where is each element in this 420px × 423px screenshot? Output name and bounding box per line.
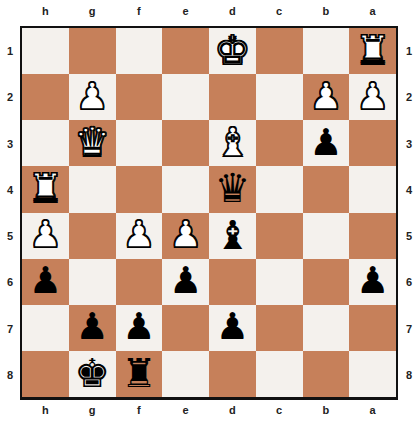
square-d7[interactable]: ♟ [209,305,256,351]
file-label-top-h: h [22,3,69,19]
square-b5[interactable] [303,213,350,259]
white-bishop-d3: ♝ [214,122,250,162]
file-label-bottom-h: h [22,402,69,418]
file-label-bottom-c: c [256,402,303,418]
square-a7[interactable] [349,305,396,351]
file-label-top-d: d [209,3,256,19]
rank-label-left-1: 1 [3,28,17,74]
square-g7[interactable]: ♟ [69,305,116,351]
rank-label-right-8: 8 [402,352,416,398]
rank-label-left-7: 7 [3,306,17,352]
square-d8[interactable] [209,351,256,397]
square-d6[interactable] [209,259,256,305]
square-f7[interactable]: ♟ [116,305,163,351]
white-pawn-h5: ♟ [29,216,62,253]
square-e6[interactable]: ♟ [162,259,209,305]
square-b7[interactable] [303,305,350,351]
black-pawn-f7: ♟ [122,308,155,345]
square-h7[interactable] [22,305,69,351]
square-a4[interactable] [349,166,396,212]
square-a8[interactable] [349,351,396,397]
square-e1[interactable] [162,28,209,74]
file-label-bottom-a: a [349,402,396,418]
square-a5[interactable] [349,213,396,259]
square-f8[interactable]: ♜ [116,351,163,397]
white-pawn-b2: ♟ [309,78,342,115]
square-d4[interactable]: ♛ [209,166,256,212]
square-b8[interactable] [303,351,350,397]
square-f4[interactable] [116,166,163,212]
white-rook-a1: ♜ [355,30,391,70]
square-d2[interactable] [209,74,256,120]
square-a1[interactable]: ♜ [349,28,396,74]
file-label-top-b: b [303,3,350,19]
square-c3[interactable] [256,120,303,166]
black-bishop-d5: ♝ [214,215,250,255]
square-f3[interactable] [116,120,163,166]
square-b4[interactable] [303,166,350,212]
square-c8[interactable] [256,351,303,397]
rank-label-right-6: 6 [402,259,416,305]
square-g6[interactable] [69,259,116,305]
rank-label-left-8: 8 [3,352,17,398]
square-h1[interactable] [22,28,69,74]
square-h4[interactable]: ♜ [22,166,69,212]
file-label-bottom-f: f [116,402,163,418]
file-label-bottom-e: e [162,402,209,418]
black-king-g8: ♚ [74,353,110,393]
rank-label-left-4: 4 [3,167,17,213]
rank-label-right-1: 1 [402,28,416,74]
square-h6[interactable]: ♟ [22,259,69,305]
square-h3[interactable] [22,120,69,166]
rank-label-right-5: 5 [402,213,416,259]
square-f1[interactable] [116,28,163,74]
white-pawn-e5: ♟ [169,216,202,253]
rank-label-right-3: 3 [402,121,416,167]
square-f5[interactable]: ♟ [116,213,163,259]
file-labels-top: hgfedcba [22,3,396,19]
square-d5[interactable]: ♝ [209,213,256,259]
black-pawn-h6: ♟ [29,262,62,299]
square-g1[interactable] [69,28,116,74]
square-e2[interactable] [162,74,209,120]
square-e7[interactable] [162,305,209,351]
square-c5[interactable] [256,213,303,259]
square-h8[interactable] [22,351,69,397]
square-c4[interactable] [256,166,303,212]
white-pawn-f5: ♟ [122,216,155,253]
square-e4[interactable] [162,166,209,212]
rank-label-right-7: 7 [402,306,416,352]
square-c6[interactable] [256,259,303,305]
rank-label-left-2: 2 [3,74,17,120]
square-a2[interactable]: ♟ [349,74,396,120]
square-e3[interactable] [162,120,209,166]
square-b1[interactable] [303,28,350,74]
rank-label-left-3: 3 [3,121,17,167]
square-a6[interactable]: ♟ [349,259,396,305]
square-d3[interactable]: ♝ [209,120,256,166]
white-pawn-g2: ♟ [76,78,109,115]
file-label-top-g: g [69,3,116,19]
square-g3[interactable]: ♛ [69,120,116,166]
square-e5[interactable]: ♟ [162,213,209,259]
file-label-bottom-d: d [209,402,256,418]
square-f2[interactable] [116,74,163,120]
file-label-top-e: e [162,3,209,19]
chess-board: ♚♜♟♟♟♛♝♟♜♛♟♟♟♝♟♟♟♟♟♟♚♜ [20,26,398,400]
white-pawn-a2: ♟ [356,78,389,115]
file-label-bottom-b: b [303,402,350,418]
file-labels-bottom: hgfedcba [22,402,396,418]
black-pawn-g7: ♟ [76,308,109,345]
square-c2[interactable] [256,74,303,120]
square-d1[interactable]: ♚ [209,28,256,74]
black-pawn-d7: ♟ [216,308,249,345]
square-c1[interactable] [256,28,303,74]
black-pawn-e6: ♟ [169,262,202,299]
square-b3[interactable]: ♟ [303,120,350,166]
square-g4[interactable] [69,166,116,212]
file-label-bottom-g: g [69,402,116,418]
square-a3[interactable] [349,120,396,166]
square-h2[interactable] [22,74,69,120]
file-label-top-f: f [116,3,163,19]
black-queen-d4: ♛ [214,168,250,208]
square-h5[interactable]: ♟ [22,213,69,259]
rank-labels-left: 12345678 [3,28,17,398]
square-b6[interactable] [303,259,350,305]
black-pawn-b3: ♟ [309,124,342,161]
rank-label-right-2: 2 [402,74,416,120]
white-rook-h4: ♜ [27,168,63,208]
square-f6[interactable] [116,259,163,305]
file-label-top-c: c [256,3,303,19]
white-queen-g3: ♛ [74,122,110,162]
rank-label-left-6: 6 [3,259,17,305]
square-b2[interactable]: ♟ [303,74,350,120]
square-g2[interactable]: ♟ [69,74,116,120]
square-g8[interactable]: ♚ [69,351,116,397]
square-c7[interactable] [256,305,303,351]
black-rook-f8: ♜ [121,353,157,393]
rank-label-right-4: 4 [402,167,416,213]
black-pawn-a6: ♟ [356,262,389,299]
square-e8[interactable] [162,351,209,397]
white-king-d1: ♚ [214,30,250,70]
chess-diagram: hgfedcba 12345678 ♚♜♟♟♟♛♝♟♜♛♟♟♟♝♟♟♟♟♟♟♚♜… [0,0,420,423]
rank-label-left-5: 5 [3,213,17,259]
file-label-top-a: a [349,3,396,19]
rank-labels-right: 12345678 [402,28,416,398]
square-g5[interactable] [69,213,116,259]
